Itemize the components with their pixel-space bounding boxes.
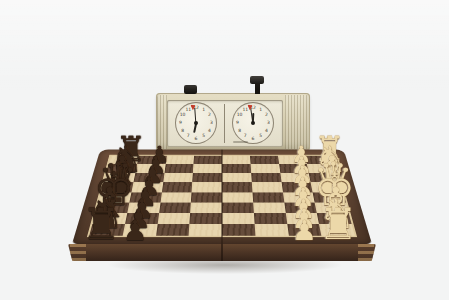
pieces-layer: ♜♟♟♜♞♟♟♞♝♟♟♝♛♟♟♛♚♟♟♚♝♟♟♝♞♟♟♞♜♟♟♜ <box>0 0 449 300</box>
piece-black-rook-h8[interactable]: ♜ <box>82 203 121 246</box>
piece-white-pawn-h2[interactable]: ♟ <box>292 217 317 245</box>
piece-black-pawn-h7[interactable]: ♟ <box>123 217 148 245</box>
photo-scene: 123456789101112 123456789101112 ♜♟♟♜♞♟♟♞… <box>0 0 449 300</box>
piece-white-rook-h1[interactable]: ♜ <box>319 203 358 246</box>
